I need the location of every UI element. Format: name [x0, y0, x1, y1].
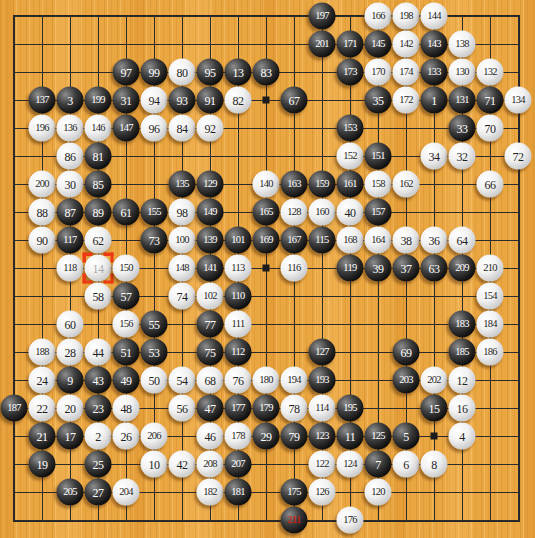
stone-white-196: 196	[29, 115, 56, 142]
stone-white-170: 170	[365, 59, 392, 86]
stone-white-100: 100	[169, 227, 196, 254]
move-number: 136	[63, 123, 77, 134]
stone-white-142: 142	[393, 31, 420, 58]
move-number: 28	[65, 346, 76, 358]
stone-black-131: 131	[449, 87, 476, 114]
stone-white-186: 186	[477, 339, 504, 366]
move-number: 68	[205, 374, 216, 386]
stone-black-127: 127	[309, 339, 336, 366]
stone-white-98: 98	[169, 199, 196, 226]
stone-black-110: 110	[225, 283, 252, 310]
stone-black-205: 205	[57, 479, 84, 506]
move-number: 210	[483, 263, 497, 274]
move-number: 115	[315, 235, 328, 246]
stone-black-71: 71	[477, 87, 504, 114]
hoshi-point	[263, 265, 270, 272]
move-number: 120	[371, 487, 385, 498]
move-number: 40	[345, 206, 356, 218]
stone-white-82: 82	[225, 87, 252, 114]
move-number: 118	[63, 263, 76, 274]
move-number: 172	[399, 95, 413, 106]
stone-black-3: 3	[57, 87, 84, 114]
stone-white-94: 94	[141, 87, 168, 114]
stone-black-117: 117	[57, 227, 84, 254]
stone-white-92: 92	[197, 115, 224, 142]
move-number: 82	[233, 94, 244, 106]
move-number: 27	[93, 486, 104, 498]
stone-white-14: 14	[85, 255, 112, 282]
move-number: 148	[175, 263, 189, 274]
stone-white-74: 74	[169, 283, 196, 310]
move-number: 11	[345, 430, 356, 442]
stone-black-33: 33	[449, 115, 476, 142]
move-number: 83	[261, 66, 272, 78]
hoshi-point	[431, 433, 438, 440]
move-number: 110	[231, 291, 244, 302]
move-number: 75	[205, 346, 216, 358]
stone-black-73: 73	[141, 227, 168, 254]
move-number: 93	[177, 94, 188, 106]
move-number: 55	[149, 318, 160, 330]
stone-white-160: 160	[309, 199, 336, 226]
move-number: 39	[373, 262, 384, 274]
move-number: 153	[343, 123, 357, 134]
stone-black-195: 195	[337, 395, 364, 422]
move-number: 31	[121, 94, 132, 106]
stone-white-80: 80	[169, 59, 196, 86]
move-number: 87	[65, 206, 76, 218]
move-number: 196	[35, 123, 49, 134]
move-number: 143	[427, 39, 441, 50]
move-number: 85	[93, 178, 104, 190]
stone-black-19: 19	[29, 451, 56, 478]
move-number: 171	[343, 39, 357, 50]
move-number: 91	[205, 94, 216, 106]
move-number: 70	[485, 122, 496, 134]
stone-black-89: 89	[85, 199, 112, 226]
move-number: 114	[315, 403, 328, 414]
stone-black-169: 169	[253, 227, 280, 254]
move-number: 99	[149, 66, 160, 78]
stone-black-193: 193	[309, 367, 336, 394]
move-number: 44	[93, 346, 104, 358]
move-number: 147	[119, 123, 133, 134]
stone-black-25: 25	[85, 451, 112, 478]
move-number: 119	[343, 263, 356, 274]
stone-white-32: 32	[449, 143, 476, 170]
stone-white-176: 176	[337, 507, 364, 534]
move-number: 130	[455, 67, 469, 78]
move-number: 197	[315, 11, 329, 22]
stone-black-137: 137	[29, 87, 56, 114]
stone-white-140: 140	[253, 171, 280, 198]
stone-white-50: 50	[141, 367, 168, 394]
move-number: 96	[149, 122, 160, 134]
stone-black-177: 177	[225, 395, 252, 422]
move-number: 7	[375, 458, 381, 470]
move-number: 208	[203, 459, 217, 470]
stone-white-184: 184	[477, 311, 504, 338]
stone-white-172: 172	[393, 87, 420, 114]
move-number: 117	[63, 235, 76, 246]
stone-black-5: 5	[393, 423, 420, 450]
move-number: 139	[203, 235, 217, 246]
stone-white-122: 122	[309, 451, 336, 478]
stone-black-77: 77	[197, 311, 224, 338]
move-number: 199	[91, 95, 105, 106]
stone-white-78: 78	[281, 395, 308, 422]
stone-white-200: 200	[29, 171, 56, 198]
stone-white-120: 120	[365, 479, 392, 506]
stone-white-64: 64	[449, 227, 476, 254]
move-number: 193	[315, 375, 329, 386]
move-number: 178	[231, 431, 245, 442]
stone-black-95: 95	[197, 59, 224, 86]
stone-black-79: 79	[281, 423, 308, 450]
move-number: 142	[399, 39, 413, 50]
move-number: 111	[232, 319, 245, 330]
move-number: 29	[261, 430, 272, 442]
move-number: 100	[175, 235, 189, 246]
stone-white-10: 10	[141, 451, 168, 478]
move-number: 131	[455, 95, 469, 106]
move-number: 161	[343, 179, 357, 190]
stone-white-180: 180	[253, 367, 280, 394]
stone-white-90: 90	[29, 227, 56, 254]
move-number: 205	[63, 487, 77, 498]
stone-black-21: 21	[29, 423, 56, 450]
stone-black-133: 133	[421, 59, 448, 86]
stone-white-56: 56	[169, 395, 196, 422]
stone-white-138: 138	[449, 31, 476, 58]
stone-white-132: 132	[477, 59, 504, 86]
stone-black-93: 93	[169, 87, 196, 114]
move-number: 36	[429, 234, 440, 246]
move-number: 184	[483, 319, 497, 330]
current-move-marker	[83, 253, 114, 284]
move-number: 127	[315, 347, 329, 358]
move-number: 183	[455, 319, 469, 330]
stone-black-101: 101	[225, 227, 252, 254]
move-number: 2	[95, 430, 101, 442]
move-number: 154	[483, 291, 497, 302]
move-number: 89	[93, 206, 104, 218]
move-number: 9	[67, 374, 73, 386]
move-number: 155	[147, 207, 161, 218]
stone-white-134: 134	[505, 87, 532, 114]
stone-white-8: 8	[421, 451, 448, 478]
stone-white-20: 20	[57, 395, 84, 422]
stone-black-11: 11	[337, 423, 364, 450]
stone-white-166: 166	[365, 3, 392, 30]
move-number: 159	[315, 179, 329, 190]
move-number: 112	[231, 347, 244, 358]
stone-black-47: 47	[197, 395, 224, 422]
move-number: 207	[231, 459, 245, 470]
move-number: 174	[399, 67, 413, 78]
move-number: 73	[149, 234, 160, 246]
move-number: 179	[259, 403, 273, 414]
move-number: 64	[457, 234, 468, 246]
stone-white-111: 111	[225, 311, 252, 338]
move-number: 168	[343, 235, 357, 246]
move-number: 141	[203, 263, 217, 274]
stone-white-48: 48	[113, 395, 140, 422]
stone-black-49: 49	[113, 367, 140, 394]
stone-black-159: 159	[309, 171, 336, 198]
move-number: 16	[457, 402, 468, 414]
move-number: 98	[177, 206, 188, 218]
stone-black-61: 61	[113, 199, 140, 226]
move-number: 149	[203, 207, 217, 218]
stone-white-152: 152	[337, 143, 364, 170]
move-number: 123	[315, 431, 329, 442]
stone-white-150: 150	[113, 255, 140, 282]
move-number: 78	[289, 402, 300, 414]
stone-white-162: 162	[393, 171, 420, 198]
move-number: 10	[149, 458, 160, 470]
stone-white-70: 70	[477, 115, 504, 142]
move-number: 126	[315, 487, 329, 498]
stone-white-206: 206	[141, 423, 168, 450]
stone-black-115: 115	[309, 227, 336, 254]
move-number: 129	[203, 179, 217, 190]
stone-white-126: 126	[309, 479, 336, 506]
stone-white-58: 58	[85, 283, 112, 310]
move-number: 69	[401, 346, 412, 358]
stone-black-153: 153	[337, 115, 364, 142]
move-number: 56	[177, 402, 188, 414]
stone-white-188: 188	[29, 339, 56, 366]
move-number: 144	[427, 11, 441, 22]
move-number: 211	[287, 515, 300, 526]
stone-white-178: 178	[225, 423, 252, 450]
move-number: 46	[205, 430, 216, 442]
move-number: 165	[259, 207, 273, 218]
stone-black-75: 75	[197, 339, 224, 366]
move-number: 158	[371, 179, 385, 190]
stone-black-67: 67	[281, 87, 308, 114]
stone-white-54: 54	[169, 367, 196, 394]
move-number: 15	[429, 402, 440, 414]
move-number: 62	[93, 234, 104, 246]
stone-white-88: 88	[29, 199, 56, 226]
move-number: 92	[205, 122, 216, 134]
move-number: 157	[371, 207, 385, 218]
move-number: 201	[315, 39, 329, 50]
move-number: 101	[231, 235, 245, 246]
move-number: 6	[403, 458, 409, 470]
move-number: 166	[371, 11, 385, 22]
stone-white-158: 158	[365, 171, 392, 198]
stone-black-203: 203	[393, 367, 420, 394]
stone-white-204: 204	[113, 479, 140, 506]
stone-black-17: 17	[57, 423, 84, 450]
stone-white-42: 42	[169, 451, 196, 478]
stone-black-163: 163	[281, 171, 308, 198]
stone-white-136: 136	[57, 115, 84, 142]
stone-black-87: 87	[57, 199, 84, 226]
move-number: 203	[399, 375, 413, 386]
stone-black-209: 209	[449, 255, 476, 282]
stone-white-76: 76	[225, 367, 252, 394]
stone-white-154: 154	[477, 283, 504, 310]
move-number: 164	[371, 235, 385, 246]
move-number: 156	[119, 319, 133, 330]
move-number: 17	[65, 430, 76, 442]
stone-black-147: 147	[113, 115, 140, 142]
move-number: 132	[483, 67, 497, 78]
move-number: 95	[205, 66, 216, 78]
stone-white-40: 40	[337, 199, 364, 226]
move-number: 206	[147, 431, 161, 442]
stone-white-174: 174	[393, 59, 420, 86]
stone-black-183: 183	[449, 311, 476, 338]
move-number: 97	[121, 66, 132, 78]
stone-white-182: 182	[197, 479, 224, 506]
stone-white-24: 24	[29, 367, 56, 394]
move-number: 194	[287, 375, 301, 386]
move-number: 88	[37, 206, 48, 218]
stone-black-53: 53	[141, 339, 168, 366]
stone-black-55: 55	[141, 311, 168, 338]
move-number: 186	[483, 347, 497, 358]
stone-black-173: 173	[337, 59, 364, 86]
stone-white-30: 30	[57, 171, 84, 198]
move-number: 26	[121, 430, 132, 442]
move-number: 67	[289, 94, 300, 106]
stone-white-156: 156	[113, 311, 140, 338]
move-number: 133	[427, 67, 441, 78]
stone-black-179: 179	[253, 395, 280, 422]
move-number: 198	[399, 11, 413, 22]
move-number: 122	[315, 459, 329, 470]
stone-black-123: 123	[309, 423, 336, 450]
stone-black-157: 157	[365, 199, 392, 226]
move-number: 160	[315, 207, 329, 218]
move-number: 35	[373, 94, 384, 106]
stone-white-60: 60	[57, 311, 84, 338]
move-number: 50	[149, 374, 160, 386]
move-number: 61	[121, 206, 132, 218]
stone-white-124: 124	[337, 451, 364, 478]
go-board[interactable]: 1971661981442011711451421431389799809513…	[0, 0, 535, 538]
stone-white-16: 16	[449, 395, 476, 422]
move-number: 163	[287, 179, 301, 190]
stone-black-37: 37	[393, 255, 420, 282]
stone-black-15: 15	[421, 395, 448, 422]
stone-black-57: 57	[113, 283, 140, 310]
move-number: 25	[93, 458, 104, 470]
move-number: 200	[35, 179, 49, 190]
move-number: 57	[121, 290, 132, 302]
stone-white-86: 86	[57, 143, 84, 170]
stone-black-151: 151	[365, 143, 392, 170]
move-number: 188	[35, 347, 49, 358]
stone-black-211: 211	[281, 507, 308, 534]
move-number: 81	[93, 150, 104, 162]
move-number: 138	[455, 39, 469, 50]
stone-black-31: 31	[113, 87, 140, 114]
move-number: 8	[431, 458, 437, 470]
move-number: 116	[287, 263, 300, 274]
move-number: 162	[399, 179, 413, 190]
stone-black-185: 185	[449, 339, 476, 366]
move-number: 33	[457, 122, 468, 134]
stone-white-128: 128	[281, 199, 308, 226]
stone-white-210: 210	[477, 255, 504, 282]
stone-white-84: 84	[169, 115, 196, 142]
move-number: 177	[231, 403, 245, 414]
stone-black-175: 175	[281, 479, 308, 506]
move-number: 23	[93, 402, 104, 414]
stone-white-28: 28	[57, 339, 84, 366]
stone-black-125: 125	[365, 423, 392, 450]
stone-white-4: 4	[449, 423, 476, 450]
stone-black-145: 145	[365, 31, 392, 58]
stone-white-168: 168	[337, 227, 364, 254]
move-number: 145	[371, 39, 385, 50]
move-number: 13	[233, 66, 244, 78]
stone-black-112: 112	[225, 339, 252, 366]
stone-black-155: 155	[141, 199, 168, 226]
stone-black-171: 171	[337, 31, 364, 58]
stone-black-167: 167	[281, 227, 308, 254]
stone-white-194: 194	[281, 367, 308, 394]
stone-white-113: 113	[225, 255, 252, 282]
stone-black-97: 97	[113, 59, 140, 86]
stone-black-23: 23	[85, 395, 112, 422]
move-number: 38	[401, 234, 412, 246]
move-number: 74	[177, 290, 188, 302]
move-number: 167	[287, 235, 301, 246]
stone-black-91: 91	[197, 87, 224, 114]
stone-white-6: 6	[393, 451, 420, 478]
stone-white-114: 114	[309, 395, 336, 422]
move-number: 19	[37, 458, 48, 470]
stone-black-141: 141	[197, 255, 224, 282]
move-number: 72	[513, 150, 524, 162]
move-number: 180	[259, 375, 273, 386]
move-number: 128	[287, 207, 301, 218]
stone-black-29: 29	[253, 423, 280, 450]
move-number: 150	[119, 263, 133, 274]
stone-white-62: 62	[85, 227, 112, 254]
move-number: 43	[93, 374, 104, 386]
stone-white-96: 96	[141, 115, 168, 142]
stone-black-83: 83	[253, 59, 280, 86]
stone-black-27: 27	[85, 479, 112, 506]
move-number: 102	[203, 291, 217, 302]
stone-white-36: 36	[421, 227, 448, 254]
move-number: 21	[37, 430, 48, 442]
move-number: 176	[343, 515, 357, 526]
stone-white-198: 198	[393, 3, 420, 30]
stone-white-38: 38	[393, 227, 420, 254]
move-number: 146	[91, 123, 105, 134]
stone-black-35: 35	[365, 87, 392, 114]
stone-black-139: 139	[197, 227, 224, 254]
move-number: 169	[259, 235, 273, 246]
stone-black-135: 135	[169, 171, 196, 198]
move-number: 42	[177, 458, 188, 470]
move-number: 140	[259, 179, 273, 190]
move-number: 22	[37, 402, 48, 414]
move-number: 76	[233, 374, 244, 386]
stone-black-51: 51	[113, 339, 140, 366]
move-number: 20	[65, 402, 76, 414]
move-number: 48	[121, 402, 132, 414]
